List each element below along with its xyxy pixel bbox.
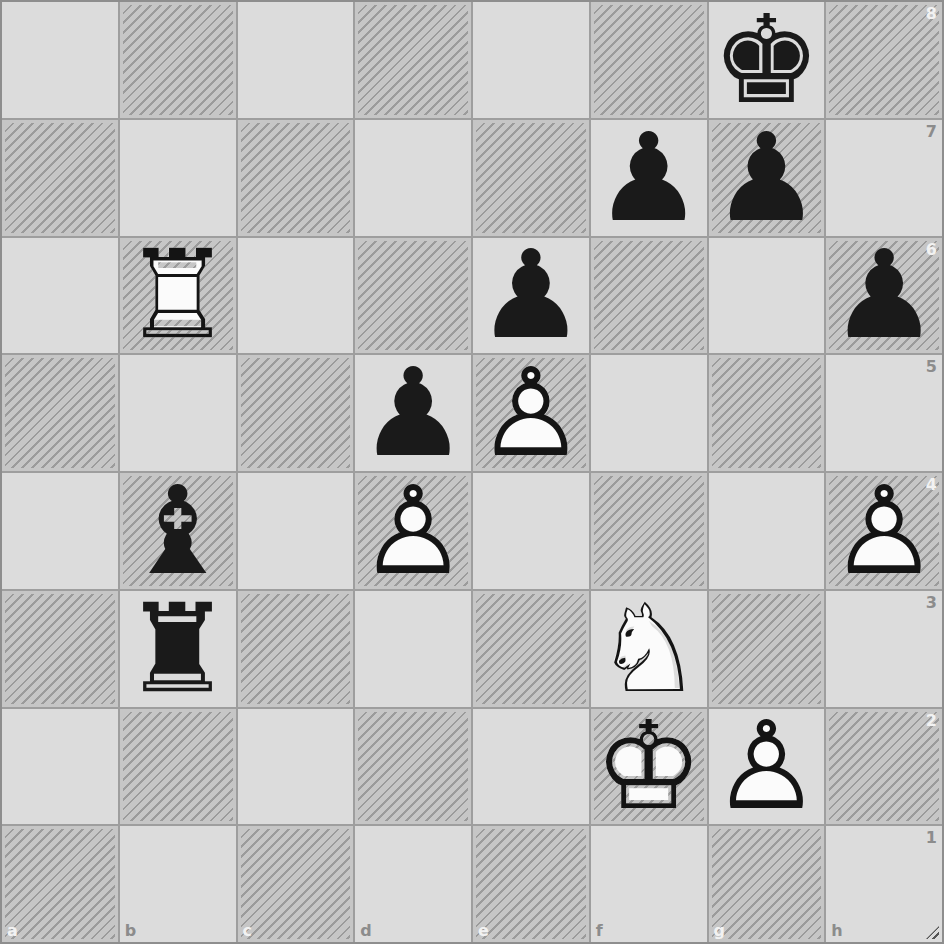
white-pawn-outline: ♙ [826,473,942,589]
square-b3[interactable]: ♜ [120,591,236,707]
square-h1[interactable]: 1h [826,826,942,942]
square-g1[interactable]: g [709,826,825,942]
square-a2[interactable] [2,709,118,825]
rank-label-1: 1 [926,828,937,847]
rank-label-3: 3 [926,593,937,612]
square-h8[interactable]: 8 [826,2,942,118]
file-label-h: h [831,921,842,940]
square-g2[interactable]: ♟♙ [709,709,825,825]
square-a1[interactable]: a [2,826,118,942]
square-f6[interactable] [591,238,707,354]
square-c5[interactable] [238,355,354,471]
square-b4[interactable]: ♝ [120,473,236,589]
white-pawn-outline: ♙ [709,709,825,825]
square-f4[interactable] [591,473,707,589]
black-pawn[interactable]: ♟ [709,120,825,236]
rank-label-5: 5 [926,357,937,376]
square-c8[interactable] [238,2,354,118]
square-h4[interactable]: ♟♙4 [826,473,942,589]
rank-label-7: 7 [926,122,937,141]
square-d3[interactable] [355,591,471,707]
square-f5[interactable] [591,355,707,471]
rank-label-8: 8 [926,4,937,23]
file-label-e: e [478,921,489,940]
square-c3[interactable] [238,591,354,707]
white-king-outline: ♔ [591,709,707,825]
square-g3[interactable] [709,591,825,707]
square-e2[interactable] [473,709,589,825]
square-f1[interactable]: f [591,826,707,942]
square-a8[interactable] [2,2,118,118]
square-b8[interactable] [120,2,236,118]
square-d4[interactable]: ♟♙ [355,473,471,589]
square-c1[interactable]: c [238,826,354,942]
square-a7[interactable] [2,120,118,236]
file-label-a: a [7,921,18,940]
rank-label-4: 4 [926,475,937,494]
file-label-c: c [243,921,252,940]
square-e6[interactable]: ♟ [473,238,589,354]
square-e3[interactable] [473,591,589,707]
file-label-b: b [125,921,136,940]
square-g6[interactable] [709,238,825,354]
square-h3[interactable]: 3 [826,591,942,707]
white-pawn-outline: ♙ [355,473,471,589]
square-f7[interactable]: ♟ [591,120,707,236]
square-g5[interactable] [709,355,825,471]
square-e8[interactable] [473,2,589,118]
square-c6[interactable] [238,238,354,354]
square-b2[interactable] [120,709,236,825]
black-pawn[interactable]: ♟ [826,238,942,354]
square-b7[interactable] [120,120,236,236]
chess-board: ♚8♟♟7♜♖♟♟6♟♟♙5♝♟♙♟♙4♜♞♘3♚♔♟♙2abcdefg1h [0,0,944,944]
square-g8[interactable]: ♚ [709,2,825,118]
square-e1[interactable]: e [473,826,589,942]
black-king[interactable]: ♚ [709,2,825,118]
square-c7[interactable] [238,120,354,236]
square-a6[interactable] [2,238,118,354]
square-e5[interactable]: ♟♙ [473,355,589,471]
square-d1[interactable]: d [355,826,471,942]
black-pawn[interactable]: ♟ [473,238,589,354]
file-label-f: f [596,921,603,940]
square-d2[interactable] [355,709,471,825]
file-label-d: d [360,921,371,940]
square-d8[interactable] [355,2,471,118]
square-c4[interactable] [238,473,354,589]
white-rook-outline: ♖ [120,238,236,354]
black-bishop[interactable]: ♝ [120,473,236,589]
black-pawn[interactable]: ♟ [591,120,707,236]
square-d7[interactable] [355,120,471,236]
square-f3[interactable]: ♞♘ [591,591,707,707]
square-h6[interactable]: ♟6 [826,238,942,354]
square-f8[interactable] [591,2,707,118]
square-c2[interactable] [238,709,354,825]
file-label-g: g [714,921,725,940]
square-a3[interactable] [2,591,118,707]
square-e4[interactable] [473,473,589,589]
square-b5[interactable] [120,355,236,471]
square-a5[interactable] [2,355,118,471]
square-h2[interactable]: 2 [826,709,942,825]
square-e7[interactable] [473,120,589,236]
square-d6[interactable] [355,238,471,354]
black-pawn[interactable]: ♟ [355,355,471,471]
rank-label-2: 2 [926,711,937,730]
square-g7[interactable]: ♟ [709,120,825,236]
square-d5[interactable]: ♟ [355,355,471,471]
white-knight-outline: ♘ [591,591,707,707]
square-b1[interactable]: b [120,826,236,942]
resize-grip-icon[interactable] [926,926,939,939]
white-pawn-outline: ♙ [473,355,589,471]
rank-label-6: 6 [926,240,937,259]
square-h5[interactable]: 5 [826,355,942,471]
square-g4[interactable] [709,473,825,589]
square-h7[interactable]: 7 [826,120,942,236]
square-a4[interactable] [2,473,118,589]
square-f2[interactable]: ♚♔ [591,709,707,825]
square-b6[interactable]: ♜♖ [120,238,236,354]
black-rook[interactable]: ♜ [120,591,236,707]
